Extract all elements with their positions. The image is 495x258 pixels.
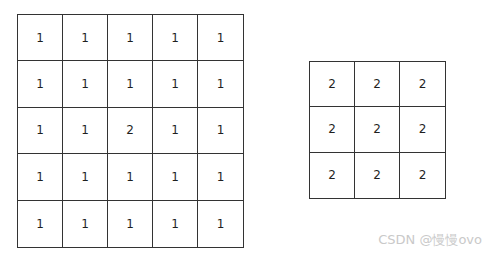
grid-cell: 1 <box>63 61 108 107</box>
grid-cell: 1 <box>153 61 198 107</box>
grid-cell: 1 <box>108 15 153 61</box>
grid-cell: 1 <box>198 15 243 61</box>
grid-cell: 1 <box>153 154 198 200</box>
diagram-canvas: 1111111111112111111111111 222222222 CSDN… <box>0 0 495 258</box>
grid-cell: 2 <box>400 153 445 198</box>
grid-cell: 2 <box>355 62 400 107</box>
grid-cell: 1 <box>198 201 243 247</box>
grid-cell: 1 <box>198 61 243 107</box>
grid-cell: 1 <box>63 108 108 154</box>
grid-cell: 1 <box>108 201 153 247</box>
grid-cell: 1 <box>108 61 153 107</box>
grid-cell: 1 <box>18 108 63 154</box>
grid-cell: 1 <box>198 108 243 154</box>
grid-cell: 2 <box>310 153 355 198</box>
grid-cell: 2 <box>400 107 445 152</box>
grid-cell: 1 <box>153 108 198 154</box>
grid-cell: 2 <box>355 153 400 198</box>
csdn-watermark: CSDN @慢慢ovo <box>378 232 482 248</box>
grid-cell: 1 <box>18 15 63 61</box>
grid-cell: 1 <box>198 154 243 200</box>
grid-cell: 1 <box>153 15 198 61</box>
grid-cell: 1 <box>63 154 108 200</box>
grid-cell: 2 <box>310 107 355 152</box>
grid-cell: 2 <box>355 107 400 152</box>
grid-cell: 2 <box>310 62 355 107</box>
grid-cell: 1 <box>153 201 198 247</box>
grid-cell: 2 <box>108 108 153 154</box>
right-grid-3x3: 222222222 <box>309 61 446 199</box>
grid-cell: 1 <box>18 154 63 200</box>
grid-cell: 1 <box>18 61 63 107</box>
grid-cell: 1 <box>63 201 108 247</box>
grid-cell: 1 <box>63 15 108 61</box>
grid-cell: 1 <box>108 154 153 200</box>
left-grid-5x5: 1111111111112111111111111 <box>17 14 244 248</box>
grid-cell: 2 <box>400 62 445 107</box>
grid-cell: 1 <box>18 201 63 247</box>
